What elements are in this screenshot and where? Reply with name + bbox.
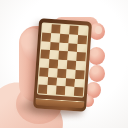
fingertip-middle <box>88 47 105 65</box>
board-face <box>37 22 89 97</box>
fingertip-ring <box>89 65 105 82</box>
box-hinge-seam <box>35 98 84 108</box>
checkerboard <box>38 24 88 97</box>
fingernail <box>95 26 102 34</box>
photo-background <box>0 0 128 128</box>
chess-box <box>33 18 92 111</box>
board-square <box>74 87 84 96</box>
